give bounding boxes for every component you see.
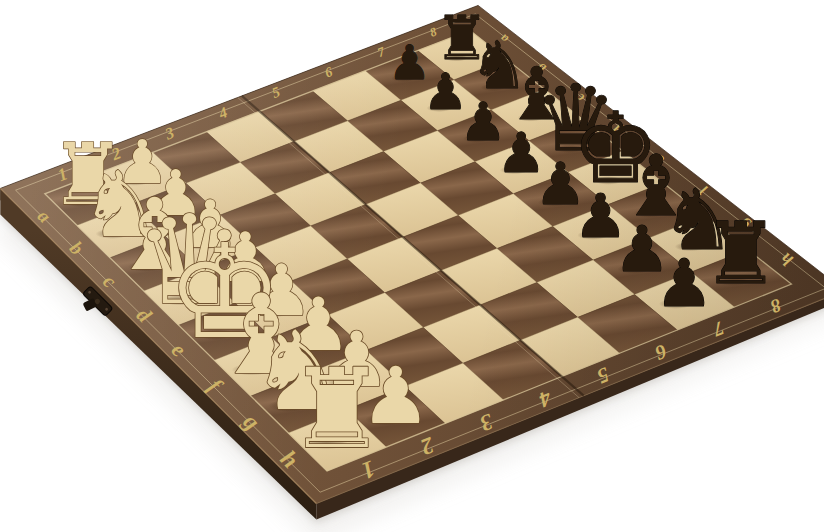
piece-white-rook-h1[interactable]: ♜: [288, 345, 387, 473]
piece-black-rook-h8[interactable]: ♜: [703, 204, 779, 303]
chessboard: 1234567812345678abcdefghabcdefgh♜♟♞♟♝♟♛♟…: [0, 0, 824, 532]
chess-set-photo: 1234567812345678abcdefghabcdefgh♜♟♞♟♝♟♛♟…: [0, 0, 824, 532]
piece-black-pawn-h7[interactable]: ♟: [655, 245, 714, 321]
